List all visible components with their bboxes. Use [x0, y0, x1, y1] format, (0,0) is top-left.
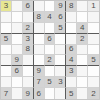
cell-r6c4[interactable]: [34, 55, 45, 66]
cell-r8c7[interactable]: [66, 77, 77, 88]
cell-r5c3[interactable]: 8: [23, 45, 34, 56]
cell-r5c1[interactable]: [1, 45, 12, 56]
cell-r2c2[interactable]: [12, 12, 23, 23]
cell-r6c6[interactable]: [55, 55, 66, 66]
cell-r4c5[interactable]: 6: [45, 34, 56, 45]
cell-r7c3[interactable]: [23, 66, 34, 77]
cell-r6c3[interactable]: [23, 55, 34, 66]
cell-r1c6[interactable]: 9: [55, 1, 66, 12]
cell-r1c1[interactable]: 3: [1, 1, 12, 12]
cell-r4c9[interactable]: [88, 34, 99, 45]
cell-r1c4[interactable]: [34, 1, 45, 12]
cell-r8c5[interactable]: 5: [45, 77, 56, 88]
cell-r3c4[interactable]: [34, 23, 45, 34]
cell-r8c8[interactable]: [77, 77, 88, 88]
cell-r8c3[interactable]: [23, 77, 34, 88]
cell-r6c1[interactable]: [1, 55, 12, 66]
cell-r4c6[interactable]: [55, 34, 66, 45]
cell-r6c2[interactable]: 9: [12, 55, 23, 66]
cell-r8c9[interactable]: [88, 77, 99, 88]
cell-r9c7[interactable]: 5: [66, 88, 77, 99]
cell-r9c5[interactable]: [45, 88, 56, 99]
cell-r5c7[interactable]: 6: [66, 45, 77, 56]
cell-r6c5[interactable]: 2: [45, 55, 56, 66]
cell-r6c8[interactable]: [77, 55, 88, 66]
cell-r3c1[interactable]: [1, 23, 12, 34]
cell-r5c9[interactable]: [88, 45, 99, 56]
cell-r3c2[interactable]: [12, 23, 23, 34]
cell-r8c1[interactable]: [1, 77, 12, 88]
cell-r1c3[interactable]: 6: [23, 1, 34, 12]
cell-r8c6[interactable]: 3: [55, 77, 66, 88]
cell-r1c9[interactable]: 1: [88, 1, 99, 12]
cell-r9c6[interactable]: [55, 88, 66, 99]
cell-r3c5[interactable]: [45, 23, 56, 34]
cell-r9c2[interactable]: [12, 88, 23, 99]
cell-r9c9[interactable]: 2: [88, 88, 99, 99]
cell-r7c6[interactable]: [55, 66, 66, 77]
cell-r4c1[interactable]: 5: [1, 34, 12, 45]
cell-r7c5[interactable]: [45, 66, 56, 77]
cell-r1c5[interactable]: [45, 1, 56, 12]
cell-r4c8[interactable]: 2: [77, 34, 88, 45]
cell-r7c4[interactable]: 9: [34, 66, 45, 77]
cell-r7c8[interactable]: [77, 66, 88, 77]
cell-r7c1[interactable]: [1, 66, 12, 77]
cell-r4c2[interactable]: [12, 34, 23, 45]
cell-r6c9[interactable]: 5: [88, 55, 99, 66]
cell-r2c7[interactable]: [66, 12, 77, 23]
cell-r7c9[interactable]: [88, 66, 99, 77]
cell-r1c2[interactable]: [12, 1, 23, 12]
cell-r3c8[interactable]: 4: [77, 23, 88, 34]
cell-r9c4[interactable]: 6: [34, 88, 45, 99]
sudoku-board: 36981846254536286924569375379652: [0, 0, 100, 100]
cell-r1c8[interactable]: [77, 1, 88, 12]
cell-r9c1[interactable]: 7: [1, 88, 12, 99]
cell-r4c7[interactable]: [66, 34, 77, 45]
cell-r2c8[interactable]: [77, 12, 88, 23]
cell-r2c5[interactable]: 4: [45, 12, 56, 23]
cell-r5c6[interactable]: [55, 45, 66, 56]
cell-r2c1[interactable]: [1, 12, 12, 23]
cell-r7c7[interactable]: 3: [66, 66, 77, 77]
cell-r7c2[interactable]: 6: [12, 66, 23, 77]
cell-r3c7[interactable]: [66, 23, 77, 34]
cell-r2c4[interactable]: 8: [34, 12, 45, 23]
cell-r2c6[interactable]: 6: [55, 12, 66, 23]
cell-r1c7[interactable]: 8: [66, 1, 77, 12]
cell-r9c8[interactable]: [77, 88, 88, 99]
cell-r4c3[interactable]: 3: [23, 34, 34, 45]
cell-r8c2[interactable]: [12, 77, 23, 88]
cell-r5c5[interactable]: [45, 45, 56, 56]
cell-r2c3[interactable]: [23, 12, 34, 23]
cell-r3c9[interactable]: [88, 23, 99, 34]
cell-r3c6[interactable]: 5: [55, 23, 66, 34]
cell-r4c4[interactable]: [34, 34, 45, 45]
cell-r6c7[interactable]: 4: [66, 55, 77, 66]
cell-r5c8[interactable]: [77, 45, 88, 56]
cell-r5c2[interactable]: [12, 45, 23, 56]
cell-r5c4[interactable]: [34, 45, 45, 56]
cell-r8c4[interactable]: 7: [34, 77, 45, 88]
cell-r9c3[interactable]: 9: [23, 88, 34, 99]
cell-r3c3[interactable]: 2: [23, 23, 34, 34]
cell-r2c9[interactable]: [88, 12, 99, 23]
